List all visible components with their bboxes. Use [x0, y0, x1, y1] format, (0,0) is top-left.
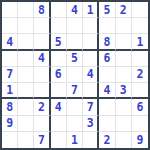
cell-r3c2[interactable] — [18, 34, 34, 50]
cell-r7c5[interactable] — [67, 99, 83, 115]
sudoku-board: 8415245814567642174382476937129 — [0, 0, 150, 150]
cell-r2c9[interactable] — [132, 18, 148, 34]
cell-r9c9[interactable]: 9 — [132, 132, 148, 148]
cell-r8c3[interactable] — [34, 116, 50, 132]
cell-r8c6[interactable]: 3 — [83, 116, 99, 132]
cell-r7c8[interactable] — [116, 99, 132, 115]
cell-r4c9[interactable] — [132, 51, 148, 67]
cell-r1c4[interactable] — [51, 2, 67, 18]
cell-r3c8[interactable] — [116, 34, 132, 50]
cell-r9c7[interactable]: 2 — [99, 132, 115, 148]
cell-r3c4[interactable]: 5 — [51, 34, 67, 50]
cell-r8c5[interactable] — [67, 116, 83, 132]
cell-r5c1[interactable]: 7 — [2, 67, 18, 83]
cell-r5c7[interactable] — [99, 67, 115, 83]
cell-r1c6[interactable]: 1 — [83, 2, 99, 18]
cell-r9c6[interactable] — [83, 132, 99, 148]
cell-r9c1[interactable] — [2, 132, 18, 148]
cell-r7c4[interactable]: 4 — [51, 99, 67, 115]
cell-r7c9[interactable]: 6 — [132, 99, 148, 115]
cell-r1c3[interactable]: 8 — [34, 2, 50, 18]
cell-r6c5[interactable]: 7 — [67, 83, 83, 99]
cell-r6c7[interactable]: 4 — [99, 83, 115, 99]
cell-r1c9[interactable] — [132, 2, 148, 18]
cell-r3c9[interactable]: 1 — [132, 34, 148, 50]
cell-r3c3[interactable] — [34, 34, 50, 50]
cell-r3c1[interactable]: 4 — [2, 34, 18, 50]
cell-r8c2[interactable] — [18, 116, 34, 132]
cell-r2c3[interactable] — [34, 18, 50, 34]
cell-r1c8[interactable]: 2 — [116, 2, 132, 18]
cell-r6c1[interactable]: 1 — [2, 83, 18, 99]
cell-r9c4[interactable] — [51, 132, 67, 148]
cell-r6c8[interactable]: 3 — [116, 83, 132, 99]
cell-r7c2[interactable] — [18, 99, 34, 115]
cell-r5c5[interactable] — [67, 67, 83, 83]
cell-r8c9[interactable] — [132, 116, 148, 132]
cell-r2c5[interactable] — [67, 18, 83, 34]
cell-r7c6[interactable]: 7 — [83, 99, 99, 115]
cell-r9c2[interactable] — [18, 132, 34, 148]
cell-r5c3[interactable] — [34, 67, 50, 83]
cell-r8c8[interactable] — [116, 116, 132, 132]
cell-r6c3[interactable] — [34, 83, 50, 99]
cell-r8c1[interactable]: 9 — [2, 116, 18, 132]
cell-r6c6[interactable] — [83, 83, 99, 99]
cell-r2c2[interactable] — [18, 18, 34, 34]
cell-r4c3[interactable]: 4 — [34, 51, 50, 67]
cell-r8c7[interactable] — [99, 116, 115, 132]
cell-r1c1[interactable] — [2, 2, 18, 18]
cell-r5c4[interactable]: 6 — [51, 67, 67, 83]
cell-r4c6[interactable] — [83, 51, 99, 67]
cell-r3c5[interactable] — [67, 34, 83, 50]
cell-r2c7[interactable] — [99, 18, 115, 34]
cell-r4c4[interactable] — [51, 51, 67, 67]
cell-r6c9[interactable] — [132, 83, 148, 99]
cell-r1c5[interactable]: 4 — [67, 2, 83, 18]
cell-r4c1[interactable] — [2, 51, 18, 67]
cell-r9c3[interactable]: 7 — [34, 132, 50, 148]
cell-r4c2[interactable] — [18, 51, 34, 67]
cell-r1c2[interactable] — [18, 2, 34, 18]
cell-r4c7[interactable]: 6 — [99, 51, 115, 67]
cell-r9c5[interactable]: 1 — [67, 132, 83, 148]
cell-r7c1[interactable]: 8 — [2, 99, 18, 115]
cell-r2c4[interactable] — [51, 18, 67, 34]
cell-r2c8[interactable] — [116, 18, 132, 34]
cell-r5c9[interactable]: 2 — [132, 67, 148, 83]
cell-r2c6[interactable] — [83, 18, 99, 34]
cell-r5c2[interactable] — [18, 67, 34, 83]
cell-r6c4[interactable] — [51, 83, 67, 99]
cell-r7c7[interactable] — [99, 99, 115, 115]
cell-r5c6[interactable]: 4 — [83, 67, 99, 83]
cell-r9c8[interactable] — [116, 132, 132, 148]
cell-r1c7[interactable]: 5 — [99, 2, 115, 18]
cell-r5c8[interactable] — [116, 67, 132, 83]
cell-r3c6[interactable] — [83, 34, 99, 50]
cell-r4c5[interactable]: 5 — [67, 51, 83, 67]
cell-r7c3[interactable]: 2 — [34, 99, 50, 115]
cell-r8c4[interactable] — [51, 116, 67, 132]
cell-r6c2[interactable] — [18, 83, 34, 99]
cell-r4c8[interactable] — [116, 51, 132, 67]
cell-r3c7[interactable]: 8 — [99, 34, 115, 50]
cell-r2c1[interactable] — [2, 18, 18, 34]
